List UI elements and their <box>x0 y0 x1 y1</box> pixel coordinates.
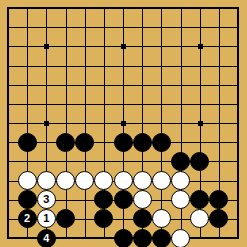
black-stone <box>133 209 152 228</box>
white-stone <box>56 171 75 190</box>
white-stone <box>133 190 152 209</box>
white-stone <box>18 171 37 190</box>
white-stone <box>190 209 209 228</box>
hoshi-star-point <box>121 121 126 126</box>
hoshi-star-point <box>44 121 49 126</box>
vertical-grid-line <box>237 7 239 239</box>
black-stone <box>114 229 133 247</box>
black-stone <box>18 190 37 209</box>
black-stone <box>133 229 152 247</box>
black-stone <box>94 209 113 228</box>
white-stone <box>75 171 94 190</box>
black-stone <box>209 209 228 228</box>
black-stone <box>18 133 37 152</box>
black-stone <box>114 133 133 152</box>
move-number: 2 <box>24 213 30 224</box>
move-number: 1 <box>43 213 49 224</box>
black-stone <box>75 133 94 152</box>
black-stone <box>56 209 75 228</box>
white-stone <box>171 229 190 247</box>
hoshi-star-point <box>198 121 203 126</box>
black-stone <box>190 190 209 209</box>
black-stone <box>171 152 190 171</box>
hoshi-star-point <box>44 44 49 49</box>
white-stone <box>94 171 113 190</box>
hoshi-star-point <box>121 44 126 49</box>
go-board-diagram: 3214 <box>0 0 247 247</box>
white-stone <box>152 209 171 228</box>
white-stone <box>171 171 190 190</box>
white-stone <box>171 190 190 209</box>
black-stone <box>133 133 152 152</box>
black-stone <box>152 133 171 152</box>
vertical-grid-line <box>161 7 162 239</box>
black-stone <box>114 190 133 209</box>
white-stone <box>114 171 133 190</box>
black-stone <box>94 190 113 209</box>
white-stone <box>152 171 171 190</box>
black-stone <box>56 133 75 152</box>
white-stone <box>133 171 152 190</box>
black-stone: 2 <box>18 209 37 228</box>
black-stone: 4 <box>37 229 56 247</box>
move-number: 4 <box>43 233 49 244</box>
black-stone <box>152 229 171 247</box>
move-number: 3 <box>43 194 49 205</box>
hoshi-star-point <box>198 44 203 49</box>
white-stone: 1 <box>37 209 56 228</box>
white-stone <box>37 171 56 190</box>
black-stone <box>209 190 228 209</box>
white-stone: 3 <box>37 190 56 209</box>
black-stone <box>190 152 209 171</box>
